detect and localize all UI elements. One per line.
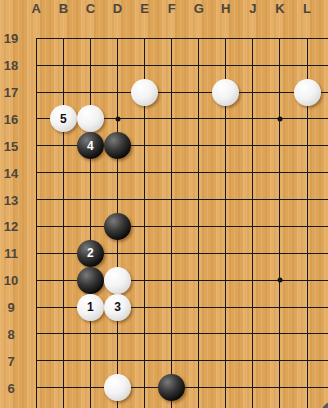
star-point-D16 — [115, 116, 120, 121]
grid-line-col-J — [252, 38, 253, 408]
row-label-7: 7 — [7, 353, 14, 368]
row-label-10: 10 — [4, 273, 18, 288]
stone-black-C15[interactable]: 4 — [77, 132, 104, 159]
row-label-19: 19 — [4, 31, 18, 46]
stone-white-C16[interactable] — [77, 105, 104, 132]
column-label-F: F — [168, 1, 176, 16]
grid-line-col-G — [198, 38, 199, 408]
grid-line-row-18 — [36, 65, 328, 66]
stone-white-B16[interactable]: 5 — [50, 105, 77, 132]
column-label-J: J — [249, 1, 256, 16]
column-label-A: A — [32, 1, 41, 16]
stone-white-E17[interactable] — [131, 79, 158, 106]
move-number-1: 1 — [87, 301, 94, 313]
stone-black-F6[interactable] — [158, 374, 185, 401]
grid-line-row-12 — [36, 226, 328, 227]
stone-white-C9[interactable]: 1 — [77, 294, 104, 321]
column-label-C: C — [86, 1, 95, 16]
grid-line-row-13 — [36, 199, 328, 200]
column-label-K: K — [275, 1, 284, 16]
stone-black-M5[interactable] — [321, 401, 328, 408]
column-label-D: D — [113, 1, 122, 16]
grid-line-col-C — [90, 38, 91, 408]
grid-line-col-A — [36, 38, 37, 408]
star-point-K16 — [277, 116, 282, 121]
row-label-6: 6 — [7, 380, 14, 395]
column-label-B: B — [59, 1, 68, 16]
row-label-11: 11 — [4, 246, 18, 261]
stone-white-L17[interactable] — [294, 79, 321, 106]
row-label-13: 13 — [4, 192, 18, 207]
row-label-9: 9 — [7, 300, 14, 315]
row-label-14: 14 — [4, 165, 18, 180]
stone-black-C10[interactable] — [77, 267, 104, 294]
row-label-16: 16 — [4, 111, 18, 126]
star-point-K10 — [277, 278, 282, 283]
stone-black-D12[interactable] — [104, 213, 131, 240]
column-label-L: L — [303, 1, 311, 16]
stone-white-D6[interactable] — [104, 374, 131, 401]
grid-line-row-7 — [36, 360, 328, 361]
row-label-17: 17 — [4, 85, 18, 100]
grid-line-row-8 — [36, 333, 328, 334]
grid-line-col-B — [63, 38, 64, 408]
grid-line-col-F — [171, 38, 172, 408]
move-number-3: 3 — [114, 301, 121, 313]
stone-black-C11[interactable]: 2 — [77, 240, 104, 267]
row-label-15: 15 — [4, 138, 18, 153]
stone-white-D9[interactable]: 3 — [104, 294, 131, 321]
stone-black-D15[interactable] — [104, 132, 131, 159]
move-number-2: 2 — [87, 247, 94, 259]
move-number-4: 4 — [87, 140, 94, 152]
column-label-H: H — [221, 1, 230, 16]
column-label-G: G — [194, 1, 204, 16]
move-number-5: 5 — [60, 113, 67, 125]
grid-line-row-14 — [36, 172, 328, 173]
column-label-E: E — [140, 1, 149, 16]
row-label-12: 12 — [4, 219, 18, 234]
stone-white-D10[interactable] — [104, 267, 131, 294]
grid-line-row-17 — [36, 92, 328, 93]
row-label-18: 18 — [4, 58, 18, 73]
row-label-8: 8 — [7, 326, 14, 341]
grid-line-row-19 — [36, 38, 328, 39]
grid-line-col-K — [279, 38, 280, 408]
stone-white-H17[interactable] — [212, 79, 239, 106]
go-board[interactable]: ABCDEFGHJKL19181716151413121110987654213 — [0, 0, 328, 408]
